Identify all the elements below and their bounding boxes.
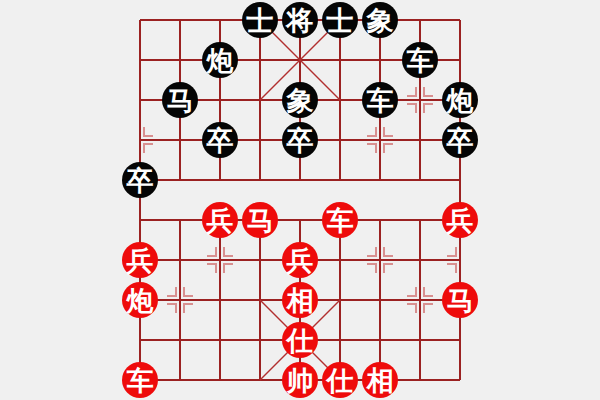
black-cannon[interactable]: 炮 bbox=[442, 82, 478, 118]
point-marker bbox=[407, 87, 416, 96]
point-marker bbox=[224, 264, 233, 273]
red-general[interactable]: 帅 bbox=[282, 362, 318, 398]
xiangqi-screen: 士将士象炮车马象车炮卒卒卒卒兵马车兵兵兵炮相马仕车帅仕相 bbox=[0, 0, 600, 400]
black-chariot[interactable]: 车 bbox=[362, 82, 398, 118]
point-marker bbox=[367, 247, 376, 256]
point-marker bbox=[407, 287, 416, 296]
point-marker bbox=[144, 127, 153, 136]
point-marker bbox=[367, 127, 376, 136]
red-horse[interactable]: 马 bbox=[442, 282, 478, 318]
black-soldier[interactable]: 卒 bbox=[282, 122, 318, 158]
red-chariot[interactable]: 车 bbox=[122, 362, 158, 398]
point-marker bbox=[424, 87, 433, 96]
point-marker bbox=[407, 304, 416, 313]
black-horse[interactable]: 马 bbox=[162, 82, 198, 118]
black-advisor[interactable]: 士 bbox=[242, 2, 278, 38]
red-advisor[interactable]: 仕 bbox=[282, 322, 318, 358]
black-soldier[interactable]: 卒 bbox=[202, 122, 238, 158]
black-soldier[interactable]: 卒 bbox=[442, 122, 478, 158]
red-soldier[interactable]: 兵 bbox=[122, 242, 158, 278]
point-marker bbox=[207, 247, 216, 256]
black-advisor[interactable]: 士 bbox=[322, 2, 358, 38]
black-general[interactable]: 将 bbox=[282, 2, 318, 38]
red-elephant[interactable]: 相 bbox=[362, 362, 398, 398]
point-marker bbox=[447, 264, 456, 273]
point-marker bbox=[367, 144, 376, 153]
red-elephant[interactable]: 相 bbox=[282, 282, 318, 318]
point-marker bbox=[447, 247, 456, 256]
red-chariot[interactable]: 车 bbox=[322, 202, 358, 238]
point-marker bbox=[184, 304, 193, 313]
red-soldier[interactable]: 兵 bbox=[282, 242, 318, 278]
point-marker bbox=[184, 287, 193, 296]
point-marker bbox=[407, 104, 416, 113]
point-marker bbox=[167, 287, 176, 296]
red-soldier[interactable]: 兵 bbox=[202, 202, 238, 238]
point-marker bbox=[424, 304, 433, 313]
black-cannon[interactable]: 炮 bbox=[202, 42, 238, 78]
point-marker bbox=[367, 264, 376, 273]
point-marker bbox=[384, 247, 393, 256]
black-chariot[interactable]: 车 bbox=[402, 42, 438, 78]
point-marker bbox=[384, 127, 393, 136]
black-soldier[interactable]: 卒 bbox=[122, 162, 158, 198]
black-elephant[interactable]: 象 bbox=[362, 2, 398, 38]
red-advisor[interactable]: 仕 bbox=[322, 362, 358, 398]
point-marker bbox=[167, 304, 176, 313]
point-marker bbox=[384, 144, 393, 153]
black-elephant[interactable]: 象 bbox=[282, 82, 318, 118]
point-marker bbox=[384, 264, 393, 273]
red-cannon[interactable]: 炮 bbox=[122, 282, 158, 318]
point-marker bbox=[424, 287, 433, 296]
point-marker bbox=[207, 264, 216, 273]
red-horse[interactable]: 马 bbox=[242, 202, 278, 238]
point-marker bbox=[424, 104, 433, 113]
point-marker bbox=[224, 247, 233, 256]
xiangqi-board[interactable]: 士将士象炮车马象车炮卒卒卒卒兵马车兵兵兵炮相马仕车帅仕相 bbox=[0, 0, 600, 400]
point-marker bbox=[144, 144, 153, 153]
red-soldier[interactable]: 兵 bbox=[442, 202, 478, 238]
